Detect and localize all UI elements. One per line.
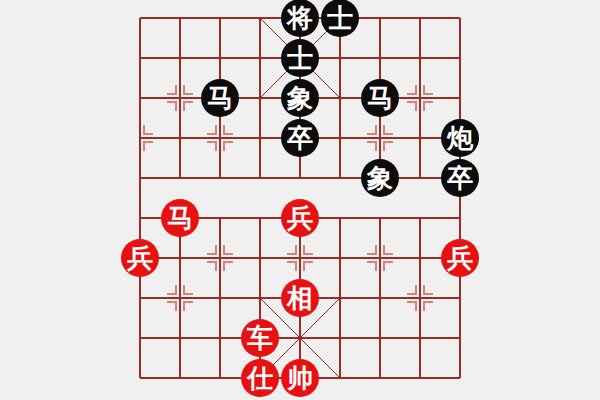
board-point-8-8[interactable] — [440, 318, 480, 358]
board-point-4-4[interactable] — [280, 158, 320, 198]
board-point-6-2[interactable]: 马 — [360, 78, 400, 118]
black-general[interactable]: 将 — [281, 0, 319, 37]
board-point-1-1[interactable] — [160, 38, 200, 78]
black-horse[interactable]: 马 — [201, 79, 239, 117]
board-point-7-7[interactable] — [400, 278, 440, 318]
red-soldier[interactable]: 兵 — [121, 239, 159, 277]
board-point-1-3[interactable] — [160, 118, 200, 158]
board-point-3-4[interactable] — [240, 158, 280, 198]
board-point-5-0[interactable]: 士 — [320, 0, 360, 38]
board-point-7-4[interactable] — [400, 158, 440, 198]
board-point-5-4[interactable] — [320, 158, 360, 198]
board-point-2-9[interactable] — [200, 358, 240, 398]
board-point-7-2[interactable] — [400, 78, 440, 118]
board-point-1-9[interactable] — [160, 358, 200, 398]
board-point-8-5[interactable] — [440, 198, 480, 238]
board-point-5-7[interactable] — [320, 278, 360, 318]
board-point-5-2[interactable] — [320, 78, 360, 118]
board-point-7-5[interactable] — [400, 198, 440, 238]
board-point-2-1[interactable] — [200, 38, 240, 78]
board-point-1-6[interactable] — [160, 238, 200, 278]
board-point-3-1[interactable] — [240, 38, 280, 78]
board-point-7-0[interactable] — [400, 0, 440, 38]
board-point-2-3[interactable] — [200, 118, 240, 158]
board-point-3-9[interactable]: 仕 — [240, 358, 280, 398]
board-point-0-1[interactable] — [120, 38, 160, 78]
red-elephant[interactable]: 相 — [281, 279, 319, 317]
board-point-0-7[interactable] — [120, 278, 160, 318]
board-point-4-9[interactable]: 帅 — [280, 358, 320, 398]
red-chariot[interactable]: 车 — [241, 319, 279, 357]
board-point-3-8[interactable]: 车 — [240, 318, 280, 358]
black-soldier[interactable]: 卒 — [441, 159, 479, 197]
board-point-3-3[interactable] — [240, 118, 280, 158]
black-advisor[interactable]: 士 — [321, 0, 359, 37]
board-point-1-7[interactable] — [160, 278, 200, 318]
black-elephant[interactable]: 象 — [361, 159, 399, 197]
board-point-2-6[interactable] — [200, 238, 240, 278]
red-soldier[interactable]: 兵 — [441, 239, 479, 277]
red-soldier[interactable]: 兵 — [281, 199, 319, 237]
board-point-5-3[interactable] — [320, 118, 360, 158]
board-point-8-3[interactable]: 炮 — [440, 118, 480, 158]
board-point-6-5[interactable] — [360, 198, 400, 238]
board-point-0-8[interactable] — [120, 318, 160, 358]
board-point-4-5[interactable]: 兵 — [280, 198, 320, 238]
board-point-3-2[interactable] — [240, 78, 280, 118]
red-general[interactable]: 帅 — [281, 359, 319, 397]
board-point-6-4[interactable]: 象 — [360, 158, 400, 198]
board-point-4-2[interactable]: 象 — [280, 78, 320, 118]
board-point-1-2[interactable] — [160, 78, 200, 118]
board-point-3-0[interactable] — [240, 0, 280, 38]
board-point-0-0[interactable] — [120, 0, 160, 38]
board-point-6-7[interactable] — [360, 278, 400, 318]
board-point-6-6[interactable] — [360, 238, 400, 278]
board-point-4-1[interactable]: 士 — [280, 38, 320, 78]
board-point-7-6[interactable] — [400, 238, 440, 278]
board-point-0-9[interactable] — [120, 358, 160, 398]
board-point-3-6[interactable] — [240, 238, 280, 278]
board-point-0-6[interactable]: 兵 — [120, 238, 160, 278]
board-point-2-2[interactable]: 马 — [200, 78, 240, 118]
board-point-4-0[interactable]: 将 — [280, 0, 320, 38]
board-point-5-1[interactable] — [320, 38, 360, 78]
board-point-0-3[interactable] — [120, 118, 160, 158]
board-point-4-6[interactable] — [280, 238, 320, 278]
red-horse[interactable]: 马 — [161, 199, 199, 237]
board-point-2-8[interactable] — [200, 318, 240, 358]
black-advisor[interactable]: 士 — [281, 39, 319, 77]
board-point-7-8[interactable] — [400, 318, 440, 358]
board-point-8-6[interactable]: 兵 — [440, 238, 480, 278]
board-point-4-7[interactable]: 相 — [280, 278, 320, 318]
board-point-6-8[interactable] — [360, 318, 400, 358]
black-cannon[interactable]: 炮 — [441, 119, 479, 157]
board-point-8-2[interactable] — [440, 78, 480, 118]
xiangqi-board: 将士士马象马卒炮象卒马兵兵兵相车仕帅 — [120, 0, 480, 398]
board-point-7-3[interactable] — [400, 118, 440, 158]
board-point-3-5[interactable] — [240, 198, 280, 238]
board-point-0-5[interactable] — [120, 198, 160, 238]
board-point-6-3[interactable] — [360, 118, 400, 158]
board-point-2-5[interactable] — [200, 198, 240, 238]
black-soldier[interactable]: 卒 — [281, 119, 319, 157]
board-point-1-8[interactable] — [160, 318, 200, 358]
board-point-1-5[interactable]: 马 — [160, 198, 200, 238]
board-point-5-5[interactable] — [320, 198, 360, 238]
board-point-2-0[interactable] — [200, 0, 240, 38]
board-point-6-0[interactable] — [360, 0, 400, 38]
board-point-5-9[interactable] — [320, 358, 360, 398]
board-point-7-9[interactable] — [400, 358, 440, 398]
board-point-5-6[interactable] — [320, 238, 360, 278]
board-point-7-1[interactable] — [400, 38, 440, 78]
board-point-1-4[interactable] — [160, 158, 200, 198]
black-elephant[interactable]: 象 — [281, 79, 319, 117]
board-point-6-1[interactable] — [360, 38, 400, 78]
board-point-4-3[interactable]: 卒 — [280, 118, 320, 158]
black-horse[interactable]: 马 — [361, 79, 399, 117]
board-point-2-4[interactable] — [200, 158, 240, 198]
board-point-8-0[interactable] — [440, 0, 480, 38]
board-point-8-4[interactable]: 卒 — [440, 158, 480, 198]
board-point-2-7[interactable] — [200, 278, 240, 318]
board-point-8-7[interactable] — [440, 278, 480, 318]
board-point-1-0[interactable] — [160, 0, 200, 38]
board-point-0-4[interactable] — [120, 158, 160, 198]
board-point-6-9[interactable] — [360, 358, 400, 398]
board-point-4-8[interactable] — [280, 318, 320, 358]
board-point-3-7[interactable] — [240, 278, 280, 318]
board-point-8-1[interactable] — [440, 38, 480, 78]
red-advisor[interactable]: 仕 — [241, 359, 279, 397]
xiangqi-app-window: 将士士马象马卒炮象卒马兵兵兵相车仕帅 — [0, 0, 600, 400]
board-point-0-2[interactable] — [120, 78, 160, 118]
board-point-8-9[interactable] — [440, 358, 480, 398]
board-point-5-8[interactable] — [320, 318, 360, 358]
